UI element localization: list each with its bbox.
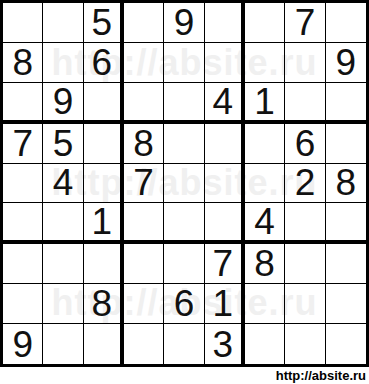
cell-r2c3[interactable]: 6: [84, 43, 124, 83]
cell-r7c6[interactable]: 7: [205, 244, 245, 284]
cell-r4c4[interactable]: 8: [124, 124, 164, 164]
cell-r7c5[interactable]: [164, 244, 204, 284]
cell-r5c1[interactable]: [3, 164, 43, 204]
cell-r1c2[interactable]: [43, 3, 83, 43]
cell-r9c9[interactable]: [326, 324, 366, 364]
cell-r7c8[interactable]: [285, 244, 325, 284]
cell-r6c4[interactable]: [124, 203, 164, 244]
cell-r8c2[interactable]: [43, 284, 83, 324]
cell-r4c5[interactable]: [164, 124, 204, 164]
cell-r5c6[interactable]: [205, 164, 245, 204]
cell-r9c1[interactable]: 9: [3, 324, 43, 364]
cell-r8c1[interactable]: [3, 284, 43, 324]
cell-r5c5[interactable]: [164, 164, 204, 204]
cell-r5c4[interactable]: 7: [124, 164, 164, 204]
cell-r6c5[interactable]: [164, 203, 204, 244]
cell-r8c7[interactable]: [245, 284, 285, 324]
cell-r5c8[interactable]: 2: [285, 164, 325, 204]
cell-r1c9[interactable]: [326, 3, 366, 43]
cell-r4c2[interactable]: 5: [43, 124, 83, 164]
cell-r6c6[interactable]: [205, 203, 245, 244]
footer: http://absite.ru: [0, 367, 369, 384]
cell-r4c1[interactable]: 7: [3, 124, 43, 164]
cell-r9c7[interactable]: [245, 324, 285, 364]
cell-r6c8[interactable]: [285, 203, 325, 244]
cell-r6c2[interactable]: [43, 203, 83, 244]
cell-r2c8[interactable]: [285, 43, 325, 83]
cell-r5c9[interactable]: 8: [326, 164, 366, 204]
cell-r8c6[interactable]: 1: [205, 284, 245, 324]
cell-r7c4[interactable]: [124, 244, 164, 284]
cell-r6c1[interactable]: [3, 203, 43, 244]
cell-r3c3[interactable]: [84, 83, 124, 124]
cell-r3c4[interactable]: [124, 83, 164, 124]
cell-r3c2[interactable]: 9: [43, 83, 83, 124]
cell-r3c9[interactable]: [326, 83, 366, 124]
cell-r4c9[interactable]: [326, 124, 366, 164]
cell-r5c2[interactable]: 4: [43, 164, 83, 204]
cell-r9c3[interactable]: [84, 324, 124, 364]
sudoku-page: http://absite.ru http://absite.ru http:/…: [0, 0, 369, 384]
cell-r8c4[interactable]: [124, 284, 164, 324]
cell-r2c1[interactable]: 8: [3, 43, 43, 83]
cell-r2c4[interactable]: [124, 43, 164, 83]
cell-r1c5[interactable]: 9: [164, 3, 204, 43]
cell-r1c1[interactable]: [3, 3, 43, 43]
cell-r2c9[interactable]: 9: [326, 43, 366, 83]
sudoku-board: http://absite.ru http://absite.ru http:/…: [0, 0, 369, 367]
cell-r3c6[interactable]: 4: [205, 83, 245, 124]
cell-r3c7[interactable]: 1: [245, 83, 285, 124]
cell-r9c2[interactable]: [43, 324, 83, 364]
cell-r6c9[interactable]: [326, 203, 366, 244]
cell-r1c4[interactable]: [124, 3, 164, 43]
footer-url-label: http://absite.ru: [276, 368, 366, 383]
cell-r2c2[interactable]: [43, 43, 83, 83]
cell-r6c7[interactable]: 4: [245, 203, 285, 244]
cell-r4c8[interactable]: 6: [285, 124, 325, 164]
cell-r3c1[interactable]: [3, 83, 43, 124]
cell-r9c4[interactable]: [124, 324, 164, 364]
cell-r5c7[interactable]: [245, 164, 285, 204]
cell-r4c6[interactable]: [205, 124, 245, 164]
cell-r8c8[interactable]: [285, 284, 325, 324]
cell-r9c5[interactable]: [164, 324, 204, 364]
cell-r2c7[interactable]: [245, 43, 285, 83]
cell-r7c2[interactable]: [43, 244, 83, 284]
cell-r8c9[interactable]: [326, 284, 366, 324]
cell-r5c3[interactable]: [84, 164, 124, 204]
cell-r6c3[interactable]: 1: [84, 203, 124, 244]
cell-r1c6[interactable]: [205, 3, 245, 43]
cell-r8c5[interactable]: 6: [164, 284, 204, 324]
cell-r8c3[interactable]: 8: [84, 284, 124, 324]
cell-r3c8[interactable]: [285, 83, 325, 124]
cell-r2c5[interactable]: [164, 43, 204, 83]
cell-r4c3[interactable]: [84, 124, 124, 164]
cell-r7c3[interactable]: [84, 244, 124, 284]
cell-r4c7[interactable]: [245, 124, 285, 164]
cell-r1c3[interactable]: 5: [84, 3, 124, 43]
cell-r9c6[interactable]: 3: [205, 324, 245, 364]
cell-r7c1[interactable]: [3, 244, 43, 284]
cell-r7c9[interactable]: [326, 244, 366, 284]
cell-r1c7[interactable]: [245, 3, 285, 43]
cell-r1c8[interactable]: 7: [285, 3, 325, 43]
sudoku-grid: 59786994175864728147886193: [3, 3, 366, 364]
cell-r7c7[interactable]: 8: [245, 244, 285, 284]
cell-r2c6[interactable]: [205, 43, 245, 83]
cell-r3c5[interactable]: [164, 83, 204, 124]
cell-r9c8[interactable]: [285, 324, 325, 364]
